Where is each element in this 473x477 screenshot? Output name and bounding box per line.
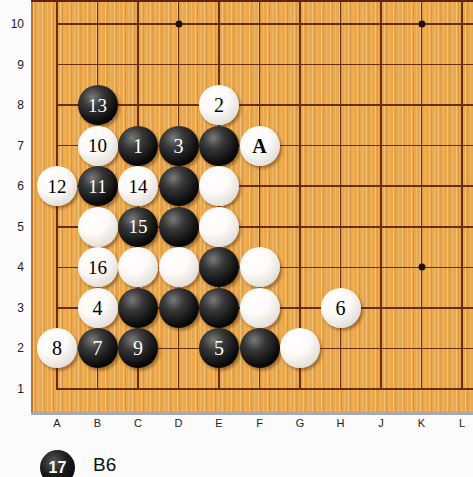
grid-vline-j: [380, 1, 382, 390]
stone-label: 5: [214, 338, 224, 358]
stone-label: 4: [93, 298, 103, 318]
stone-d5[interactable]: [159, 207, 199, 247]
star-point-d10: [175, 21, 182, 28]
grid-vline-l: [461, 1, 463, 390]
stone-e7[interactable]: [199, 126, 239, 166]
grid-vline-h: [340, 1, 342, 390]
row-label-4: 4: [0, 260, 24, 274]
col-label-k: K: [407, 417, 437, 430]
stone-a6[interactable]: 12: [37, 166, 77, 206]
stone-f2[interactable]: [240, 328, 280, 368]
caption-coordinate: B6: [93, 455, 116, 476]
stone-c6[interactable]: 14: [118, 166, 158, 206]
stone-b5[interactable]: [78, 207, 118, 247]
stone-b8[interactable]: 13: [78, 85, 118, 125]
stone-c3[interactable]: [118, 288, 158, 328]
grid-vline-k: [421, 1, 423, 390]
stone-label: 16: [88, 258, 107, 277]
stone-d3[interactable]: [159, 288, 199, 328]
stone-d4[interactable]: [159, 247, 199, 287]
stone-c7[interactable]: 1: [118, 126, 158, 166]
stone-label: 10: [88, 136, 107, 155]
row-label-2: 2: [0, 341, 24, 355]
stone-label: 8: [52, 338, 62, 358]
stone-b6[interactable]: 11: [78, 166, 118, 206]
stone-label: 6: [336, 298, 346, 318]
stone-b7[interactable]: 10: [78, 126, 118, 166]
row-label-6: 6: [0, 179, 24, 193]
row-label-3: 3: [0, 301, 24, 315]
stone-label: 3: [174, 136, 184, 156]
col-label-a: A: [42, 417, 72, 430]
stone-f7[interactable]: A: [240, 126, 280, 166]
row-label-5: 5: [0, 220, 24, 234]
stone-e3[interactable]: [199, 288, 239, 328]
col-label-g: G: [285, 417, 315, 430]
star-point-k4: [418, 264, 425, 271]
col-label-l: L: [447, 417, 473, 430]
grid-hline-9: [56, 64, 473, 66]
stone-label: 14: [129, 177, 148, 196]
row-label-8: 8: [0, 98, 24, 112]
stone-c5[interactable]: 15: [118, 207, 158, 247]
stone-label: 15: [129, 217, 148, 236]
stone-e5[interactable]: [199, 207, 239, 247]
col-label-j: J: [366, 417, 396, 430]
stone-label: 7: [93, 338, 103, 358]
board-bottom-shadow: [31, 412, 473, 415]
stone-b3[interactable]: 4: [78, 288, 118, 328]
stone-f3[interactable]: [240, 288, 280, 328]
stone-e8[interactable]: 2: [199, 85, 239, 125]
stone-e6[interactable]: [199, 166, 239, 206]
row-label-1: 1: [0, 382, 24, 396]
col-label-e: E: [204, 417, 234, 430]
stone-label: 13: [88, 96, 107, 115]
stone-label: A: [252, 136, 266, 156]
stone-b4[interactable]: 16: [78, 247, 118, 287]
col-label-d: D: [164, 417, 194, 430]
stone-f4[interactable]: [240, 247, 280, 287]
stone-label: 11: [88, 177, 106, 196]
stone-label: 1: [133, 136, 143, 156]
col-label-h: H: [326, 417, 356, 430]
stone-d7[interactable]: 3: [159, 126, 199, 166]
stone-d6[interactable]: [159, 166, 199, 206]
row-label-10: 10: [0, 17, 24, 31]
go-diagram: 10987654321ABCDEFGHJKL 1321013A121114151…: [0, 0, 473, 477]
grid-hline-8: [56, 104, 473, 106]
col-label-c: C: [123, 417, 153, 430]
grid-hline-10: [56, 23, 473, 25]
stone-label: 12: [48, 177, 67, 196]
row-label-7: 7: [0, 139, 24, 153]
star-point-k10: [418, 21, 425, 28]
stone-label: 9: [133, 338, 143, 358]
caption: 17 B6: [0, 445, 473, 477]
grid-hline-1: [56, 388, 473, 390]
col-label-b: B: [83, 417, 113, 430]
caption-move-number: 17: [49, 460, 67, 476]
row-label-9: 9: [0, 58, 24, 72]
caption-move-stone: 17: [40, 450, 75, 477]
stone-label: 2: [214, 95, 224, 115]
stone-b2[interactable]: 7: [78, 328, 118, 368]
stone-h3[interactable]: 6: [321, 288, 361, 328]
col-label-f: F: [245, 417, 275, 430]
